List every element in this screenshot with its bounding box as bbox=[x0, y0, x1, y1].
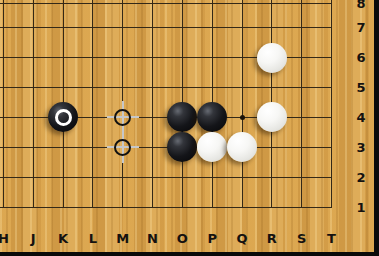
go-board: HJKLMNOPQRST87654321 bbox=[0, 0, 379, 256]
col-label-l: L bbox=[82, 231, 104, 246]
row-label-3: 3 bbox=[350, 140, 372, 155]
col-label-q: Q bbox=[231, 231, 253, 246]
col-label-j: J bbox=[22, 231, 44, 246]
circle-marker-m3[interactable] bbox=[114, 139, 131, 156]
grid-line-row-5 bbox=[0, 87, 332, 88]
grid-line-row-8 bbox=[0, 3, 332, 4]
stone-black-o3[interactable] bbox=[167, 132, 197, 162]
stone-black-o4[interactable] bbox=[167, 102, 197, 132]
star-point-q4 bbox=[240, 115, 245, 120]
circle-marker-m4[interactable] bbox=[114, 109, 131, 126]
board-edge-bottom bbox=[0, 252, 379, 256]
grid-line-row-2 bbox=[0, 177, 332, 178]
row-label-5: 5 bbox=[350, 80, 372, 95]
row-label-7: 7 bbox=[350, 20, 372, 35]
col-label-n: N bbox=[142, 231, 164, 246]
col-label-o: O bbox=[171, 231, 193, 246]
stone-white-r4[interactable] bbox=[257, 102, 287, 132]
col-label-t: T bbox=[321, 231, 343, 246]
col-label-p: P bbox=[201, 231, 223, 246]
col-label-h: H bbox=[0, 231, 14, 246]
stone-black-p4[interactable] bbox=[197, 102, 227, 132]
col-label-s: S bbox=[291, 231, 313, 246]
row-label-4: 4 bbox=[350, 110, 372, 125]
stone-black-k4[interactable] bbox=[48, 102, 78, 132]
row-label-1: 1 bbox=[350, 200, 372, 215]
stone-white-r6[interactable] bbox=[257, 43, 287, 73]
col-label-r: R bbox=[261, 231, 283, 246]
col-label-k: K bbox=[52, 231, 74, 246]
grid-line-row-7 bbox=[0, 27, 332, 28]
row-label-6: 6 bbox=[350, 50, 372, 65]
last-move-circle-icon bbox=[55, 109, 72, 126]
grid-line-row-1 bbox=[0, 207, 332, 208]
grid-line-row-3 bbox=[0, 147, 332, 148]
row-label-8: 8 bbox=[350, 0, 372, 11]
board-edge-right bbox=[374, 0, 379, 256]
stone-white-p3[interactable] bbox=[197, 132, 227, 162]
stone-white-q3[interactable] bbox=[227, 132, 257, 162]
row-label-2: 2 bbox=[350, 170, 372, 185]
col-label-m: M bbox=[112, 231, 134, 246]
